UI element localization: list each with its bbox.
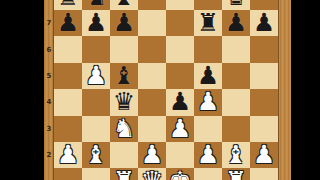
square-c1[interactable]: ♜ <box>110 168 138 180</box>
square-a1[interactable] <box>54 168 82 180</box>
square-e1[interactable]: ♚ <box>166 168 194 180</box>
piece-white-pawn[interactable]: ♟ <box>253 142 275 168</box>
square-g3[interactable] <box>222 116 250 142</box>
square-a4[interactable] <box>54 89 82 115</box>
square-g2[interactable]: ♝ <box>222 142 250 168</box>
square-c5[interactable]: ♝ <box>110 63 138 89</box>
piece-black-pawn[interactable]: ♟ <box>57 10 79 36</box>
square-e7[interactable] <box>166 10 194 36</box>
piece-white-rook[interactable]: ♜ <box>225 168 247 180</box>
piece-black-pawn[interactable]: ♟ <box>113 10 135 36</box>
square-f2[interactable]: ♟ <box>194 142 222 168</box>
piece-black-queen[interactable]: ♛ <box>113 89 135 115</box>
chess-board: ♜♞♝♚♟♟♟♜♟♟♟♝♟♛♟♟♞♟♟♝♟♟♝♟♜♛♚♜ <box>54 0 278 180</box>
square-f4[interactable]: ♟ <box>194 89 222 115</box>
square-e2[interactable] <box>166 142 194 168</box>
piece-white-queen[interactable]: ♛ <box>141 168 163 180</box>
piece-white-pawn[interactable]: ♟ <box>141 142 163 168</box>
chess-diagram-screen: ♜♞♝♚♟♟♟♜♟♟♟♝♟♛♟♟♞♟♟♝♟♟♝♟♜♛♚♜ 765432 <box>0 0 320 180</box>
square-a6[interactable] <box>54 36 82 62</box>
square-d8[interactable] <box>138 0 166 10</box>
piece-white-pawn[interactable]: ♟ <box>197 142 219 168</box>
square-g1[interactable]: ♜ <box>222 168 250 180</box>
square-a7[interactable]: ♟ <box>54 10 82 36</box>
square-g7[interactable]: ♟ <box>222 10 250 36</box>
rank-label-5: 5 <box>44 63 54 89</box>
square-c7[interactable]: ♟ <box>110 10 138 36</box>
square-g4[interactable] <box>222 89 250 115</box>
piece-white-pawn[interactable]: ♟ <box>57 142 79 168</box>
piece-black-pawn[interactable]: ♟ <box>225 10 247 36</box>
square-d6[interactable] <box>138 36 166 62</box>
square-d3[interactable] <box>138 116 166 142</box>
square-h6[interactable] <box>250 36 278 62</box>
rank-label-7: 7 <box>44 10 54 36</box>
square-h7[interactable]: ♟ <box>250 10 278 36</box>
square-a5[interactable] <box>54 63 82 89</box>
rank-label-4: 4 <box>44 89 54 115</box>
square-a3[interactable] <box>54 116 82 142</box>
square-b7[interactable]: ♟ <box>82 10 110 36</box>
piece-white-pawn[interactable]: ♟ <box>197 89 219 115</box>
piece-white-bishop[interactable]: ♝ <box>225 142 247 168</box>
piece-white-knight[interactable]: ♞ <box>113 116 135 142</box>
square-e6[interactable] <box>166 36 194 62</box>
piece-white-pawn[interactable]: ♟ <box>169 116 191 142</box>
square-d1[interactable]: ♛ <box>138 168 166 180</box>
piece-white-pawn[interactable]: ♟ <box>85 63 107 89</box>
square-c3[interactable]: ♞ <box>110 116 138 142</box>
square-h4[interactable] <box>250 89 278 115</box>
square-f6[interactable] <box>194 36 222 62</box>
square-f5[interactable]: ♟ <box>194 63 222 89</box>
square-d5[interactable] <box>138 63 166 89</box>
square-c2[interactable] <box>110 142 138 168</box>
piece-black-bishop[interactable]: ♝ <box>113 63 135 89</box>
square-d4[interactable] <box>138 89 166 115</box>
square-f7[interactable]: ♜ <box>194 10 222 36</box>
square-b5[interactable]: ♟ <box>82 63 110 89</box>
square-b6[interactable] <box>82 36 110 62</box>
square-b3[interactable] <box>82 116 110 142</box>
square-f3[interactable] <box>194 116 222 142</box>
piece-black-pawn[interactable]: ♟ <box>169 89 191 115</box>
piece-black-pawn[interactable]: ♟ <box>197 63 219 89</box>
square-g5[interactable] <box>222 63 250 89</box>
square-c4[interactable]: ♛ <box>110 89 138 115</box>
rank-label-2: 2 <box>44 142 54 168</box>
square-d7[interactable] <box>138 10 166 36</box>
piece-black-pawn[interactable]: ♟ <box>253 10 275 36</box>
square-f1[interactable] <box>194 168 222 180</box>
square-b4[interactable] <box>82 89 110 115</box>
square-c6[interactable] <box>110 36 138 62</box>
square-b1[interactable] <box>82 168 110 180</box>
square-b2[interactable]: ♝ <box>82 142 110 168</box>
piece-black-rook[interactable]: ♜ <box>197 10 219 36</box>
square-e4[interactable]: ♟ <box>166 89 194 115</box>
piece-black-pawn[interactable]: ♟ <box>85 10 107 36</box>
rank-label-6: 6 <box>44 36 54 62</box>
piece-white-bishop[interactable]: ♝ <box>85 142 107 168</box>
square-a2[interactable]: ♟ <box>54 142 82 168</box>
piece-white-king[interactable]: ♚ <box>169 168 191 180</box>
square-h3[interactable] <box>250 116 278 142</box>
piece-white-rook[interactable]: ♜ <box>113 168 135 180</box>
square-h5[interactable] <box>250 63 278 89</box>
square-h1[interactable] <box>250 168 278 180</box>
square-e8[interactable] <box>166 0 194 10</box>
square-e5[interactable] <box>166 63 194 89</box>
square-e3[interactable]: ♟ <box>166 116 194 142</box>
rank-label-3: 3 <box>44 116 54 142</box>
square-h2[interactable]: ♟ <box>250 142 278 168</box>
square-d2[interactable]: ♟ <box>138 142 166 168</box>
square-g6[interactable] <box>222 36 250 62</box>
